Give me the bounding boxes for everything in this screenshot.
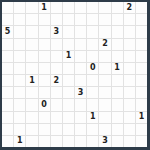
cell-r4c6[interactable]	[75, 51, 86, 62]
cell-r2c2[interactable]	[26, 26, 37, 37]
cell-clue-r11c8[interactable]: 3	[99, 136, 110, 147]
cell-r1c2[interactable]	[26, 14, 37, 25]
cell-r2c6[interactable]	[75, 26, 86, 37]
cell-r3c4[interactable]	[51, 39, 62, 50]
cell-r2c7[interactable]	[87, 26, 98, 37]
cell-r11c9[interactable]	[112, 136, 123, 147]
cell-r10c10[interactable]	[124, 124, 135, 135]
cell-r7c9[interactable]	[112, 87, 123, 98]
cell-r6c3[interactable]	[39, 75, 50, 86]
cell-r6c8[interactable]	[99, 75, 110, 86]
cell-r1c7[interactable]	[87, 14, 98, 25]
cell-r10c0[interactable]	[2, 124, 13, 135]
cell-r8c11[interactable]	[136, 99, 147, 110]
cell-r2c10[interactable]	[124, 26, 135, 37]
cell-r11c11[interactable]	[136, 136, 147, 147]
cell-r8c5[interactable]	[63, 99, 74, 110]
cell-r5c6[interactable]	[75, 63, 86, 74]
cell-clue-r2c0[interactable]: 5	[2, 26, 13, 37]
cell-r3c11[interactable]	[136, 39, 147, 50]
cell-clue-r4c5[interactable]: 1	[63, 51, 74, 62]
cell-r0c5[interactable]	[63, 2, 74, 13]
cell-clue-r0c10[interactable]: 2	[124, 2, 135, 13]
cell-r0c11[interactable]	[136, 2, 147, 13]
cell-r1c6[interactable]	[75, 14, 86, 25]
cell-r0c4[interactable]	[51, 2, 62, 13]
cell-r7c0[interactable]	[2, 87, 13, 98]
cell-r6c11[interactable]	[136, 75, 147, 86]
cell-clue-r5c7[interactable]: 0	[87, 63, 98, 74]
cell-r2c9[interactable]	[112, 26, 123, 37]
cell-r11c10[interactable]	[124, 136, 135, 147]
cell-r3c6[interactable]	[75, 39, 86, 50]
cell-r0c2[interactable]	[26, 2, 37, 13]
cell-r5c10[interactable]	[124, 63, 135, 74]
cell-clue-r8c3[interactable]: 0	[39, 99, 50, 110]
cell-r6c1[interactable]	[14, 75, 25, 86]
cell-r2c8[interactable]	[99, 26, 110, 37]
cell-r3c2[interactable]	[26, 39, 37, 50]
cell-clue-r6c4[interactable]: 2	[51, 75, 62, 86]
cell-clue-r9c11[interactable]: 1	[136, 112, 147, 123]
cell-r11c7[interactable]	[87, 136, 98, 147]
cell-r11c3[interactable]	[39, 136, 50, 147]
cell-r10c1[interactable]	[14, 124, 25, 135]
cell-r6c10[interactable]	[124, 75, 135, 86]
cell-r9c2[interactable]	[26, 112, 37, 123]
cell-r4c9[interactable]	[112, 51, 123, 62]
cell-r6c5[interactable]	[63, 75, 74, 86]
cell-r1c3[interactable]	[39, 14, 50, 25]
cell-clue-r11c1[interactable]: 1	[14, 136, 25, 147]
cell-r11c5[interactable]	[63, 136, 74, 147]
cell-r10c11[interactable]	[136, 124, 147, 135]
cell-r7c5[interactable]	[63, 87, 74, 98]
cell-r2c1[interactable]	[14, 26, 25, 37]
cell-clue-r5c9[interactable]: 1	[112, 63, 123, 74]
cell-r7c3[interactable]	[39, 87, 50, 98]
cell-r2c5[interactable]	[63, 26, 74, 37]
cell-r1c11[interactable]	[136, 14, 147, 25]
cell-r0c9[interactable]	[112, 2, 123, 13]
cell-r3c1[interactable]	[14, 39, 25, 50]
cell-r11c6[interactable]	[75, 136, 86, 147]
mosaic-board: 1253210112301113	[0, 0, 150, 150]
cell-r5c0[interactable]	[2, 63, 13, 74]
cell-r6c9[interactable]	[112, 75, 123, 86]
cell-r6c0[interactable]	[2, 75, 13, 86]
cell-r8c0[interactable]	[2, 99, 13, 110]
cell-r9c8[interactable]	[99, 112, 110, 123]
cell-r7c10[interactable]	[124, 87, 135, 98]
cell-r7c2[interactable]	[26, 87, 37, 98]
cell-r10c7[interactable]	[87, 124, 98, 135]
cell-r0c7[interactable]	[87, 2, 98, 13]
cell-r5c11[interactable]	[136, 63, 147, 74]
cell-r9c5[interactable]	[63, 112, 74, 123]
cell-r9c4[interactable]	[51, 112, 62, 123]
cell-r0c1[interactable]	[14, 2, 25, 13]
cell-r1c0[interactable]	[2, 14, 13, 25]
cell-r8c1[interactable]	[14, 99, 25, 110]
cell-r3c7[interactable]	[87, 39, 98, 50]
cell-r0c0[interactable]	[2, 2, 13, 13]
cell-r5c3[interactable]	[39, 63, 50, 74]
cell-r10c8[interactable]	[99, 124, 110, 135]
cell-r5c4[interactable]	[51, 63, 62, 74]
cell-r7c11[interactable]	[136, 87, 147, 98]
cell-r3c9[interactable]	[112, 39, 123, 50]
cell-r5c2[interactable]	[26, 63, 37, 74]
cell-r10c2[interactable]	[26, 124, 37, 135]
cell-r4c7[interactable]	[87, 51, 98, 62]
cell-r4c10[interactable]	[124, 51, 135, 62]
cell-r4c4[interactable]	[51, 51, 62, 62]
cell-r6c7[interactable]	[87, 75, 98, 86]
cell-r1c5[interactable]	[63, 14, 74, 25]
cell-r3c10[interactable]	[124, 39, 135, 50]
cell-r4c11[interactable]	[136, 51, 147, 62]
cell-r5c1[interactable]	[14, 63, 25, 74]
cell-r4c1[interactable]	[14, 51, 25, 62]
cell-r1c8[interactable]	[99, 14, 110, 25]
cell-r1c1[interactable]	[14, 14, 25, 25]
cell-r4c3[interactable]	[39, 51, 50, 62]
cell-r9c10[interactable]	[124, 112, 135, 123]
cell-r6c6[interactable]	[75, 75, 86, 86]
cell-r7c7[interactable]	[87, 87, 98, 98]
cell-r8c4[interactable]	[51, 99, 62, 110]
cell-r8c9[interactable]	[112, 99, 123, 110]
puzzle-grid: 1253210112301113	[2, 2, 147, 147]
cell-r5c8[interactable]	[99, 63, 110, 74]
cell-r2c3[interactable]	[39, 26, 50, 37]
cell-r11c0[interactable]	[2, 136, 13, 147]
cell-r4c0[interactable]	[2, 51, 13, 62]
cell-r8c7[interactable]	[87, 99, 98, 110]
cell-r5c5[interactable]	[63, 63, 74, 74]
cell-r11c2[interactable]	[26, 136, 37, 147]
cell-clue-r6c2[interactable]: 1	[26, 75, 37, 86]
cell-r1c4[interactable]	[51, 14, 62, 25]
cell-r9c6[interactable]	[75, 112, 86, 123]
cell-r7c8[interactable]	[99, 87, 110, 98]
cell-r10c9[interactable]	[112, 124, 123, 135]
cell-r3c5[interactable]	[63, 39, 74, 50]
cell-r4c2[interactable]	[26, 51, 37, 62]
cell-r4c8[interactable]	[99, 51, 110, 62]
cell-r1c10[interactable]	[124, 14, 135, 25]
cell-r10c4[interactable]	[51, 124, 62, 135]
cell-r2c11[interactable]	[136, 26, 147, 37]
cell-r8c6[interactable]	[75, 99, 86, 110]
cell-r1c9[interactable]	[112, 14, 123, 25]
cell-r8c10[interactable]	[124, 99, 135, 110]
cell-r9c3[interactable]	[39, 112, 50, 123]
cell-clue-r2c4[interactable]: 3	[51, 26, 62, 37]
cell-r10c5[interactable]	[63, 124, 74, 135]
cell-r7c1[interactable]	[14, 87, 25, 98]
cell-r7c4[interactable]	[51, 87, 62, 98]
cell-clue-r9c7[interactable]: 1	[87, 112, 98, 123]
cell-r11c4[interactable]	[51, 136, 62, 147]
cell-clue-r3c8[interactable]: 2	[99, 39, 110, 50]
cell-clue-r7c6[interactable]: 3	[75, 87, 86, 98]
cell-r0c8[interactable]	[99, 2, 110, 13]
cell-r3c0[interactable]	[2, 39, 13, 50]
cell-r3c3[interactable]	[39, 39, 50, 50]
cell-r8c8[interactable]	[99, 99, 110, 110]
cell-r8c2[interactable]	[26, 99, 37, 110]
cell-clue-r0c3[interactable]: 1	[39, 2, 50, 13]
cell-r9c0[interactable]	[2, 112, 13, 123]
cell-r0c6[interactable]	[75, 2, 86, 13]
cell-r10c3[interactable]	[39, 124, 50, 135]
cell-r9c1[interactable]	[14, 112, 25, 123]
cell-r10c6[interactable]	[75, 124, 86, 135]
cell-r9c9[interactable]	[112, 112, 123, 123]
